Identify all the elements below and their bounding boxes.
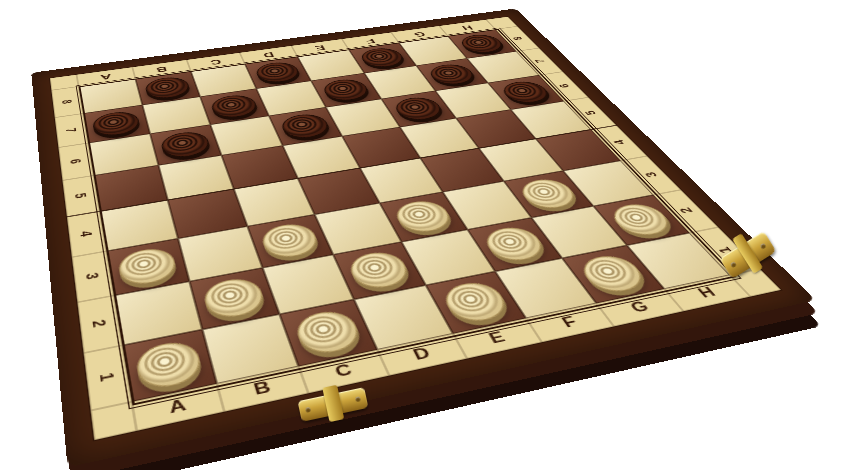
checker-dark[interactable]: [278, 112, 333, 141]
board-grid: ABCDEFGH8877665544332211ABCDEFGH: [50, 17, 781, 440]
checker-dark[interactable]: [390, 95, 446, 122]
checker-dark[interactable]: [497, 79, 554, 105]
checker-dark[interactable]: [357, 46, 408, 69]
checker-dark[interactable]: [143, 75, 192, 100]
checker-dark[interactable]: [253, 60, 303, 84]
photo-stage: ABCDEFGH8877665544332211ABCDEFGH: [0, 0, 850, 470]
checker-light[interactable]: [479, 224, 550, 264]
checker-dark[interactable]: [320, 77, 373, 103]
checker-dark[interactable]: [159, 129, 213, 159]
checker-light[interactable]: [390, 198, 456, 235]
checker-dark[interactable]: [456, 33, 508, 55]
checker-light[interactable]: [200, 275, 268, 321]
checker-dark[interactable]: [208, 93, 260, 120]
checker-light[interactable]: [116, 245, 178, 288]
checker-dark[interactable]: [91, 110, 141, 139]
checker-light[interactable]: [134, 338, 205, 392]
checker-light[interactable]: [438, 279, 513, 326]
checker-light[interactable]: [258, 221, 322, 261]
checker-light[interactable]: [344, 249, 413, 292]
checker-dark[interactable]: [425, 62, 479, 86]
checker-light[interactable]: [291, 307, 364, 357]
board-maple-face: ABCDEFGH8877665544332211ABCDEFGH: [50, 17, 781, 440]
